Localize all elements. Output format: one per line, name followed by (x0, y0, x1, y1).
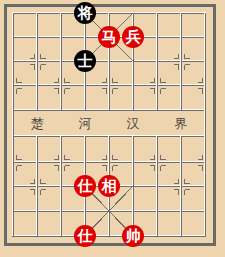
piece-black-general[interactable]: 将 (74, 2, 96, 24)
piece-red-advisor[interactable]: 仕 (74, 175, 96, 197)
piece-red-soldier[interactable]: 兵 (122, 26, 144, 48)
board-pieces: 将马兵士仕相仕帅 (1, 1, 217, 248)
piece-red-general[interactable]: 帅 (122, 225, 144, 247)
piece-red-advisor[interactable]: 仕 (74, 225, 96, 247)
piece-red-horse[interactable]: 马 (98, 26, 120, 48)
piece-red-elephant[interactable]: 相 (98, 175, 120, 197)
piece-black-advisor[interactable]: 士 (74, 50, 96, 72)
